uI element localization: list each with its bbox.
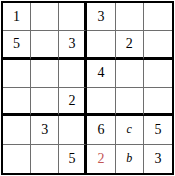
cell-r3c2[interactable]	[31, 60, 59, 88]
cell-r5c3[interactable]	[59, 116, 87, 144]
cell-r6c2[interactable]	[31, 145, 59, 173]
cell-r2c3[interactable]: 3	[59, 31, 87, 59]
cell-r3c4[interactable]: 4	[87, 60, 115, 88]
cell-r6c6[interactable]: 3	[144, 145, 172, 173]
cell-r3c3[interactable]	[59, 60, 87, 88]
cell-r1c2[interactable]	[31, 3, 59, 31]
sudoku-board: 1 3 5 3 2 4 2 3 6 c 5 5	[1, 1, 174, 175]
cell-r1c4[interactable]: 3	[87, 3, 115, 31]
cell-r5c4[interactable]: 6	[87, 116, 115, 144]
cell-r2c4[interactable]	[87, 31, 115, 59]
cell-r3c6[interactable]	[144, 60, 172, 88]
cell-r1c3[interactable]	[59, 3, 87, 31]
cell-r2c2[interactable]	[31, 31, 59, 59]
cell-r5c6[interactable]: 5	[144, 116, 172, 144]
cell-r1c6[interactable]	[144, 3, 172, 31]
cell-r4c1[interactable]	[3, 88, 31, 116]
cell-r6c1[interactable]	[3, 145, 31, 173]
sudoku-board-wrapper: 1 3 5 3 2 4 2 3 6 c 5 5	[0, 0, 175, 176]
cell-r5c1[interactable]	[3, 116, 31, 144]
cell-r6c4[interactable]: 2	[87, 145, 115, 173]
cell-r4c3[interactable]: 2	[59, 88, 87, 116]
cell-r4c6[interactable]	[144, 88, 172, 116]
cell-r5c2[interactable]: 3	[31, 116, 59, 144]
cell-r4c2[interactable]	[31, 88, 59, 116]
cell-r4c4[interactable]	[87, 88, 115, 116]
cell-r3c1[interactable]	[3, 60, 31, 88]
cell-r4c5[interactable]	[116, 88, 144, 116]
cell-r5c5[interactable]: c	[116, 116, 144, 144]
cell-r2c5[interactable]: 2	[116, 31, 144, 59]
cell-r1c5[interactable]	[116, 3, 144, 31]
cell-r1c1[interactable]: 1	[3, 3, 31, 31]
cell-r6c5[interactable]: b	[116, 145, 144, 173]
cell-r3c5[interactable]	[116, 60, 144, 88]
cell-r6c3[interactable]: 5	[59, 145, 87, 173]
cell-r2c1[interactable]: 5	[3, 31, 31, 59]
cell-r2c6[interactable]	[144, 31, 172, 59]
